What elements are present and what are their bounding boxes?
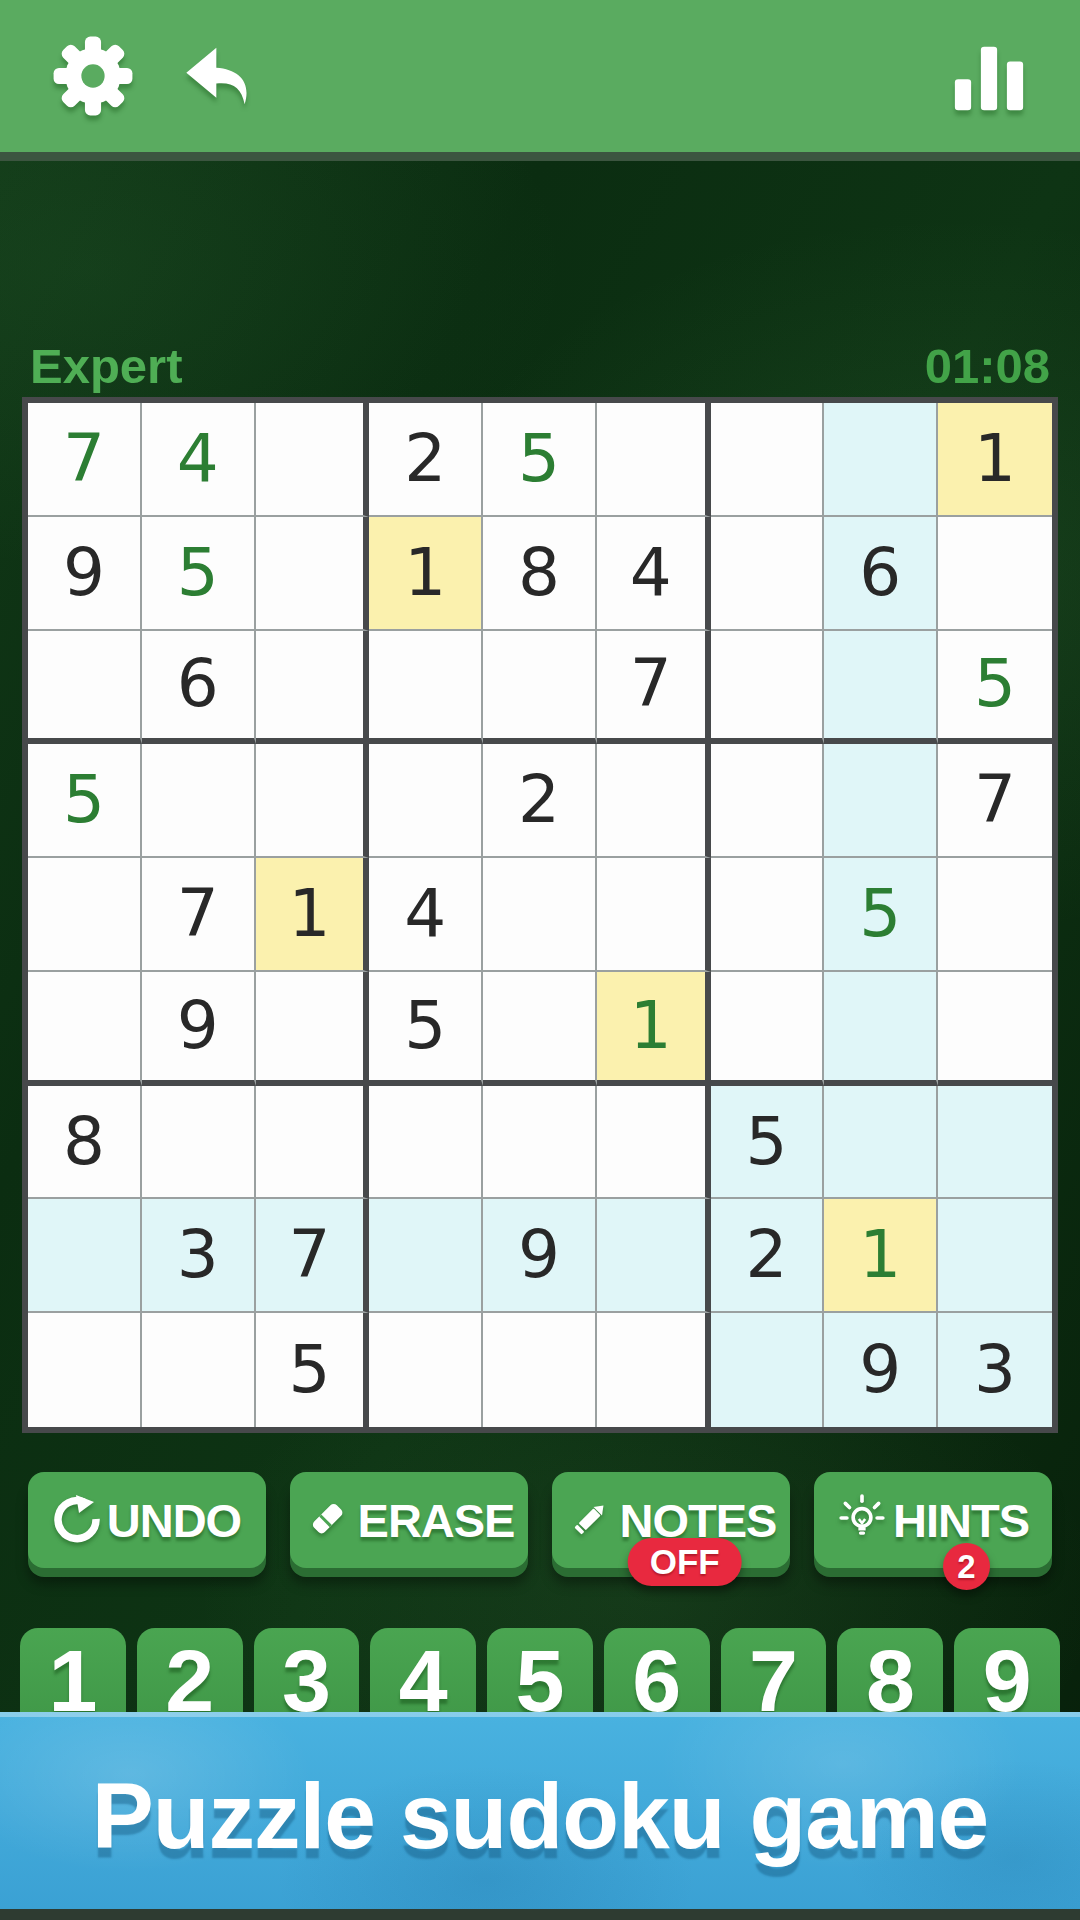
cell-r6c6[interactable]: 1 — [597, 972, 711, 1086]
sudoku-app-screen: Expert 01:08 742519518466755277145951853… — [0, 0, 1080, 1920]
undo-label: UNDO — [107, 1493, 241, 1548]
hints-button[interactable]: HINTS 2 — [814, 1472, 1052, 1568]
cell-r4c9[interactable]: 7 — [938, 744, 1052, 858]
cell-r3c2[interactable]: 6 — [142, 631, 256, 745]
cell-r9c5[interactable] — [483, 1313, 597, 1427]
cell-r3c5[interactable] — [483, 631, 597, 745]
undo-button[interactable]: UNDO — [28, 1472, 266, 1568]
erase-button[interactable]: ERASE — [290, 1472, 528, 1568]
cell-r1c1[interactable]: 7 — [28, 403, 142, 517]
cell-r8c4[interactable] — [369, 1199, 483, 1313]
cell-r4c4[interactable] — [369, 744, 483, 858]
back-undo-button[interactable] — [178, 36, 258, 116]
cell-r4c6[interactable] — [597, 744, 711, 858]
cell-r4c7[interactable] — [711, 744, 825, 858]
settings-button[interactable] — [50, 33, 136, 119]
cell-r4c2[interactable] — [142, 744, 256, 858]
cell-r1c8[interactable] — [824, 403, 938, 517]
cell-r1c6[interactable] — [597, 403, 711, 517]
cell-r2c4[interactable]: 1 — [369, 517, 483, 631]
cell-r5c1[interactable] — [28, 858, 142, 972]
hints-count-badge: 2 — [943, 1543, 990, 1590]
cell-r6c8[interactable] — [824, 972, 938, 1086]
cell-r6c3[interactable] — [256, 972, 370, 1086]
cell-r3c3[interactable] — [256, 631, 370, 745]
cell-r4c5[interactable]: 2 — [483, 744, 597, 858]
cell-r3c9[interactable]: 5 — [938, 631, 1052, 745]
cell-r2c1[interactable]: 9 — [28, 517, 142, 631]
cell-r7c8[interactable] — [824, 1086, 938, 1200]
cell-r8c1[interactable] — [28, 1199, 142, 1313]
cell-r4c8[interactable] — [824, 744, 938, 858]
cell-r1c2[interactable]: 4 — [142, 403, 256, 517]
cell-r8c9[interactable] — [938, 1199, 1052, 1313]
cell-r5c5[interactable] — [483, 858, 597, 972]
cell-r6c7[interactable] — [711, 972, 825, 1086]
hints-label: HINTS — [893, 1493, 1029, 1548]
cell-r2c5[interactable]: 8 — [483, 517, 597, 631]
cell-r7c7[interactable]: 5 — [711, 1086, 825, 1200]
cell-r6c5[interactable] — [483, 972, 597, 1086]
erase-label: ERASE — [358, 1493, 515, 1548]
cell-r3c4[interactable] — [369, 631, 483, 745]
undo-rotate-icon — [53, 1495, 101, 1546]
cell-r2c3[interactable] — [256, 517, 370, 631]
cell-r7c5[interactable] — [483, 1086, 597, 1200]
cell-r7c3[interactable] — [256, 1086, 370, 1200]
cell-r1c7[interactable] — [711, 403, 825, 517]
cell-r6c2[interactable]: 9 — [142, 972, 256, 1086]
cell-r6c1[interactable] — [28, 972, 142, 1086]
cell-r8c7[interactable]: 2 — [711, 1199, 825, 1313]
promo-banner[interactable]: Puzzle sudoku game — [0, 1712, 1080, 1920]
cell-r7c2[interactable] — [142, 1086, 256, 1200]
cell-r3c7[interactable] — [711, 631, 825, 745]
cell-r3c6[interactable]: 7 — [597, 631, 711, 745]
cell-r9c2[interactable] — [142, 1313, 256, 1427]
cell-r8c6[interactable] — [597, 1199, 711, 1313]
cell-r2c8[interactable]: 6 — [824, 517, 938, 631]
undo-arrow-icon — [178, 36, 258, 116]
notes-button[interactable]: NOTES OFF — [552, 1472, 790, 1568]
cell-r7c1[interactable]: 8 — [28, 1086, 142, 1200]
timer-label: 01:08 — [925, 338, 1050, 394]
cell-r3c1[interactable] — [28, 631, 142, 745]
cell-r4c3[interactable] — [256, 744, 370, 858]
banner-title: Puzzle sudoku game — [92, 1763, 989, 1870]
cell-r9c3[interactable]: 5 — [256, 1313, 370, 1427]
cell-r1c9[interactable]: 1 — [938, 403, 1052, 517]
cell-r2c2[interactable]: 5 — [142, 517, 256, 631]
cell-r4c1[interactable]: 5 — [28, 744, 142, 858]
cell-r1c4[interactable]: 2 — [369, 403, 483, 517]
cell-r9c4[interactable] — [369, 1313, 483, 1427]
cell-r2c6[interactable]: 4 — [597, 517, 711, 631]
cell-r9c8[interactable]: 9 — [824, 1313, 938, 1427]
cell-r5c7[interactable] — [711, 858, 825, 972]
cell-r8c5[interactable]: 9 — [483, 1199, 597, 1313]
cell-r3c8[interactable] — [824, 631, 938, 745]
eraser-icon — [304, 1495, 352, 1546]
cell-r7c6[interactable] — [597, 1086, 711, 1200]
cell-r5c8[interactable]: 5 — [824, 858, 938, 972]
cell-r8c3[interactable]: 7 — [256, 1199, 370, 1313]
cell-r9c9[interactable]: 3 — [938, 1313, 1052, 1427]
top-bar — [0, 0, 1080, 161]
cell-r8c8[interactable]: 1 — [824, 1199, 938, 1313]
notes-off-badge: OFF — [628, 1538, 742, 1586]
cell-r2c7[interactable] — [711, 517, 825, 631]
cell-r5c4[interactable]: 4 — [369, 858, 483, 972]
cell-r5c3[interactable]: 1 — [256, 858, 370, 972]
bar-chart-icon — [950, 37, 1028, 115]
cell-r9c6[interactable] — [597, 1313, 711, 1427]
cell-r7c4[interactable] — [369, 1086, 483, 1200]
difficulty-label: Expert — [30, 338, 183, 394]
cell-r5c6[interactable] — [597, 858, 711, 972]
cell-r9c1[interactable] — [28, 1313, 142, 1427]
status-row: Expert 01:08 — [30, 316, 1050, 394]
sudoku-board: 7425195184667552771459518537921593 — [22, 397, 1058, 1433]
cell-r7c9[interactable] — [938, 1086, 1052, 1200]
cell-r9c7[interactable] — [711, 1313, 825, 1427]
cell-r5c2[interactable]: 7 — [142, 858, 256, 972]
statistics-button[interactable] — [950, 37, 1028, 115]
lightbulb-icon — [837, 1494, 887, 1547]
gear-icon — [50, 33, 136, 119]
cell-r1c3[interactable] — [256, 403, 370, 517]
cell-r5c9[interactable] — [938, 858, 1052, 972]
cell-r6c9[interactable] — [938, 972, 1052, 1086]
cell-r8c2[interactable]: 3 — [142, 1199, 256, 1313]
cell-r1c5[interactable]: 5 — [483, 403, 597, 517]
cell-r2c9[interactable] — [938, 517, 1052, 631]
cell-r6c4[interactable]: 5 — [369, 972, 483, 1086]
toolbar: UNDO ERASE — [28, 1472, 1052, 1568]
pencil-icon — [566, 1495, 614, 1546]
